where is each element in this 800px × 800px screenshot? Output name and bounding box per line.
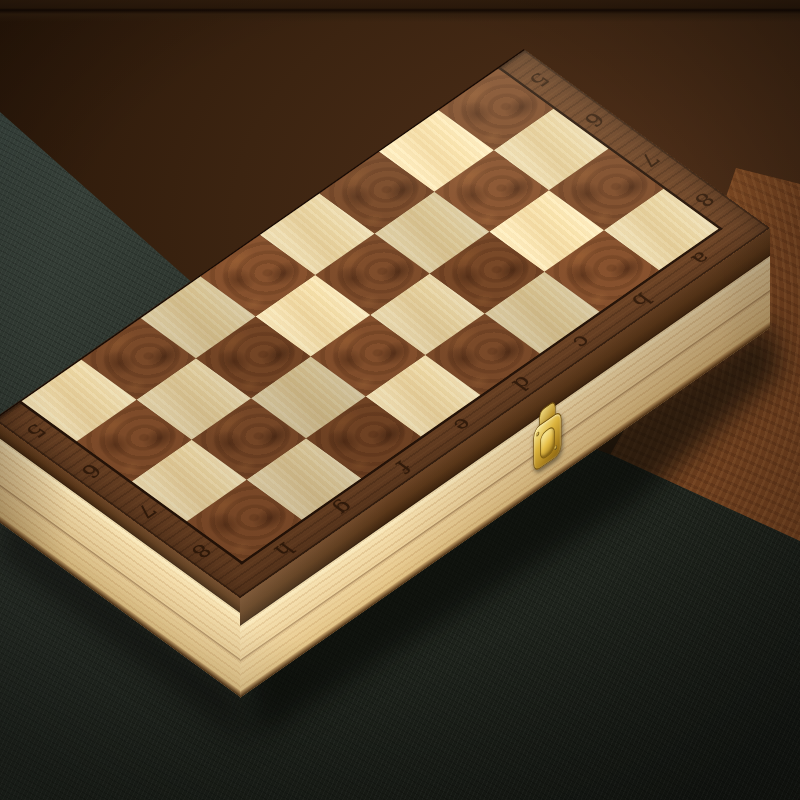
product-photo-scene: 55667788abcdefgh	[0, 0, 800, 800]
